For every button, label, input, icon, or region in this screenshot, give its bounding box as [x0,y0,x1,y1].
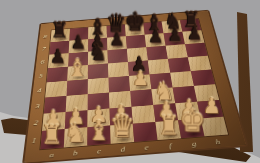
rank-label-3: 3 [31,98,44,115]
square-a6[interactable]: ♟ [48,53,69,68]
chess-render-scene: ♜♝♛♚♝♞♜♟♟♟♟♟♟♟♞♝♟♟♞♟♟♟♟♟♟♟♜♞♝♛♜♚ abcdefg… [0,0,260,163]
chess-board: ♜♝♛♚♝♞♜♟♟♟♟♟♟♟♞♝♟♟♞♟♟♟♟♟♟♟♜♞♝♛♜♚ abcdefg… [24,11,246,163]
piece-black-pawn-b7[interactable]: ♟ [71,33,86,52]
piece-white-pawn-e4[interactable]: ♟ [132,69,149,89]
file-label-c: c [87,145,111,157]
rank-label-6: 6 [36,55,48,69]
square-c6[interactable]: ♞ [88,50,108,65]
piece-black-knight-c6[interactable]: ♞ [88,41,107,64]
piece-black-king-e8[interactable]: ♚ [124,9,145,35]
square-e3[interactable] [130,89,153,107]
piece-black-pawn-h7[interactable]: ♟ [187,24,202,43]
piece-white-bishop-c1[interactable]: ♝ [87,116,110,144]
board-squares-grid[interactable]: ♜♝♛♚♝♞♜♟♟♟♟♟♟♟♞♝♟♟♞♟♟♟♟♟♟♟♜♞♝♛♜♚ [40,19,228,150]
square-a1[interactable]: ♜ [40,129,64,149]
rank-label-8: 8 [40,30,51,43]
square-e4[interactable]: ♟ [129,74,151,91]
rank-label-1: 1 [27,131,41,150]
square-c5[interactable] [88,64,109,80]
square-e8[interactable]: ♚ [125,23,145,36]
square-e1[interactable] [133,122,158,142]
square-b5[interactable]: ♝ [67,65,88,81]
square-h6[interactable] [185,43,208,58]
square-d1[interactable]: ♛ [110,124,134,144]
piece-white-queen-d1[interactable]: ♛ [109,111,135,142]
square-b4[interactable] [66,79,87,96]
square-a5[interactable] [47,67,68,83]
file-label-g: g [181,137,207,149]
square-a4[interactable] [45,81,67,98]
piece-white-bishop-b5[interactable]: ♝ [67,55,87,80]
square-d4[interactable] [108,76,130,93]
file-label-f: f [158,139,183,151]
file-label-b: b [63,146,87,158]
square-e2[interactable] [131,105,155,124]
square-h5[interactable] [188,56,212,71]
square-b7[interactable]: ♟ [69,39,88,53]
piece-white-rook-a1[interactable]: ♜ [41,121,63,148]
square-f1[interactable]: ♜ [155,120,181,140]
rank-label-7: 7 [38,42,50,55]
square-g7[interactable]: ♟ [164,32,185,46]
file-label-e: e [134,141,159,153]
rank-label-5: 5 [35,68,48,83]
square-h4[interactable] [191,70,215,86]
square-f7[interactable]: ♟ [145,33,166,47]
square-c4[interactable] [88,78,109,95]
file-label-a: a [39,148,63,160]
piece-white-king-g1[interactable]: ♚ [179,104,206,136]
piece-black-pawn-a6[interactable]: ♟ [50,48,66,67]
square-h7[interactable]: ♟ [182,30,204,44]
piece-black-rook-a8[interactable]: ♜ [51,19,69,41]
square-c1[interactable]: ♝ [87,126,110,146]
file-label-h: h [205,135,231,147]
piece-white-rook-f1[interactable]: ♜ [158,112,180,139]
piece-white-knight-b1[interactable]: ♞ [64,119,86,146]
piece-black-pawn-f7[interactable]: ♟ [148,27,163,46]
square-a8[interactable]: ♜ [50,29,69,42]
square-d7[interactable]: ♟ [107,36,127,50]
square-b1[interactable]: ♞ [64,127,88,147]
rank-label-4: 4 [33,83,46,99]
piece-black-pawn-d7[interactable]: ♟ [109,30,124,49]
square-g1[interactable]: ♚ [178,118,204,138]
piece-black-pawn-g7[interactable]: ♟ [167,26,182,45]
file-label-d: d [111,143,135,155]
